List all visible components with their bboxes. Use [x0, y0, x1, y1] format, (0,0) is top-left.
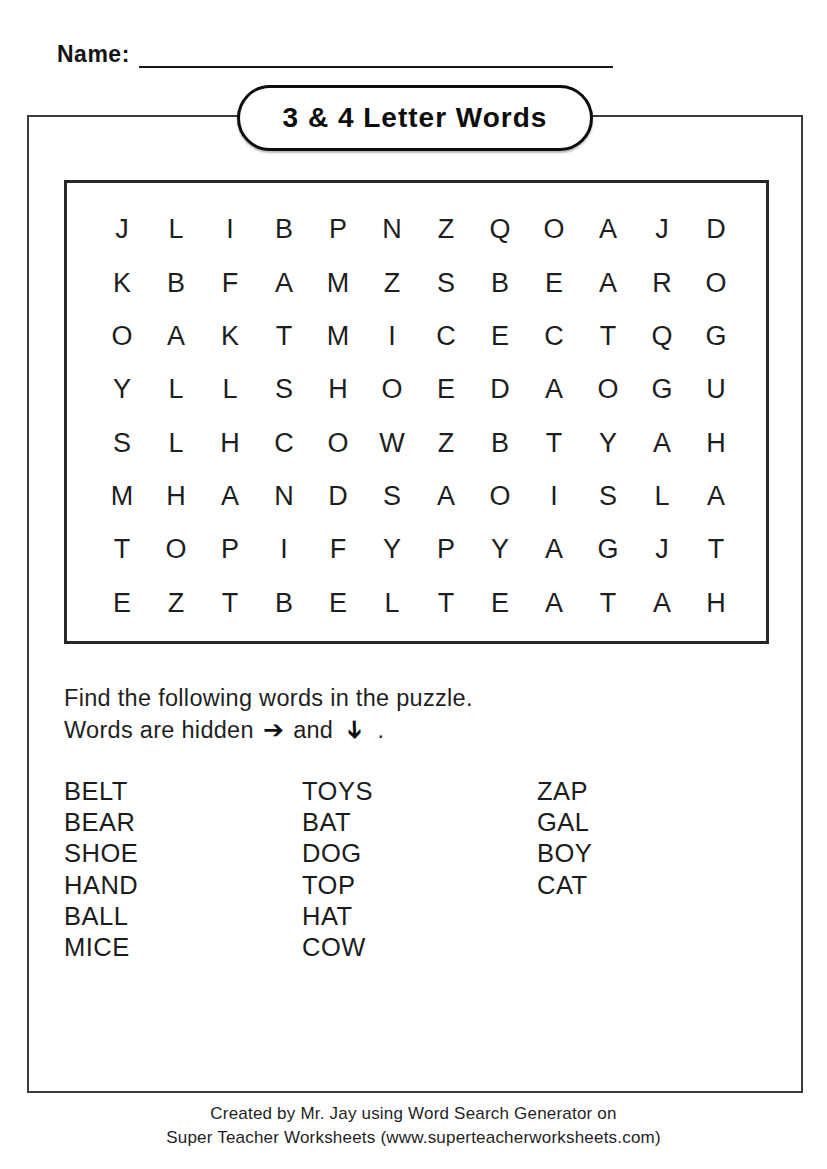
grid-cell: O [689, 256, 743, 309]
word-list-item: BEAR [64, 807, 302, 838]
grid-cell: O [95, 310, 149, 363]
grid-cell: O [311, 417, 365, 470]
grid-cell: A [581, 203, 635, 256]
grid-cell: I [527, 470, 581, 523]
word-search-grid-box: JLIBPNZQOAJDKBFAMZSBEAROOAKTMICECTQGYLLS… [64, 180, 769, 644]
word-list-item: ZAP [537, 776, 737, 807]
footer-line2: Super Teacher Worksheets (www.superteach… [0, 1126, 827, 1150]
right-arrow-icon: ➔ [263, 715, 284, 744]
grid-cell: Q [635, 310, 689, 363]
grid-cell: E [473, 577, 527, 630]
down-arrow-icon: ➔ [340, 719, 372, 741]
grid-cell: L [203, 363, 257, 416]
name-row: Name: [57, 40, 613, 68]
grid-cell: T [257, 310, 311, 363]
grid-cell: H [311, 363, 365, 416]
worksheet-page: Name: 3 & 4 Letter Words JLIBPNZQOAJDKBF… [0, 0, 827, 1169]
grid-cell: A [257, 256, 311, 309]
grid-cell: O [365, 363, 419, 416]
instructions: Find the following words in the puzzle. … [64, 683, 473, 746]
grid-cell: A [527, 523, 581, 576]
grid-cell: P [203, 523, 257, 576]
grid-cell: D [473, 363, 527, 416]
grid-cell: T [203, 577, 257, 630]
grid-cell: L [149, 417, 203, 470]
grid-cell: T [95, 523, 149, 576]
grid-cell: M [311, 256, 365, 309]
grid-cell: Y [95, 363, 149, 416]
word-list-item: HAT [302, 901, 537, 932]
grid-cell: E [473, 310, 527, 363]
grid-cell: H [203, 417, 257, 470]
grid-cell: O [149, 523, 203, 576]
grid-cell: J [635, 203, 689, 256]
word-list-item: CAT [537, 870, 737, 901]
word-list: BELTBEARSHOEHANDBALLMICETOYSBATDOGTOPHAT… [64, 776, 737, 963]
grid-cell: E [95, 577, 149, 630]
grid-cell: L [149, 363, 203, 416]
word-list-item: TOP [302, 870, 537, 901]
word-list-column: BELTBEARSHOEHANDBALLMICE [64, 776, 302, 963]
grid-cell: C [257, 417, 311, 470]
title-pill: 3 & 4 Letter Words [237, 85, 593, 151]
grid-cell: Z [149, 577, 203, 630]
grid-cell: S [365, 470, 419, 523]
word-list-item: MICE [64, 932, 302, 963]
grid-cell: Y [365, 523, 419, 576]
grid-cell: P [419, 523, 473, 576]
grid-cell: G [689, 310, 743, 363]
grid-cell: H [689, 577, 743, 630]
grid-cell: M [95, 470, 149, 523]
word-list-item: BALL [64, 901, 302, 932]
grid-cell: T [419, 577, 473, 630]
grid-cell: F [311, 523, 365, 576]
grid-cell: G [635, 363, 689, 416]
grid-cell: Z [419, 203, 473, 256]
word-list-item: HAND [64, 870, 302, 901]
grid-cell: Z [365, 256, 419, 309]
word-list-item: TOYS [302, 776, 537, 807]
grid-cell: A [527, 363, 581, 416]
grid-cell: A [689, 470, 743, 523]
grid-cell: O [581, 363, 635, 416]
instructions-line2: Words are hidden➔and➔. [64, 714, 473, 746]
instructions-line1: Find the following words in the puzzle. [64, 683, 473, 714]
grid-cell: S [257, 363, 311, 416]
grid-cell: B [473, 256, 527, 309]
word-list-column: ZAPGALBOYCAT [537, 776, 737, 963]
instructions-line2-prefix: Words are hidden [64, 717, 254, 743]
word-list-item: SHOE [64, 838, 302, 869]
grid-cell: D [311, 470, 365, 523]
footer-credit: Created by Mr. Jay using Word Search Gen… [0, 1102, 827, 1149]
grid-cell: K [203, 310, 257, 363]
grid-cell: A [149, 310, 203, 363]
grid-cell: P [311, 203, 365, 256]
grid-cell: B [473, 417, 527, 470]
grid-cell: I [257, 523, 311, 576]
grid-cell: F [203, 256, 257, 309]
word-list-item: DOG [302, 838, 537, 869]
grid-cell: C [419, 310, 473, 363]
grid-cell: Y [473, 523, 527, 576]
grid-cell: R [635, 256, 689, 309]
grid-cell: K [95, 256, 149, 309]
grid-cell: H [149, 470, 203, 523]
footer-line1: Created by Mr. Jay using Word Search Gen… [0, 1102, 827, 1126]
instructions-line2-period: . [377, 717, 384, 743]
grid-cell: E [311, 577, 365, 630]
word-list-item: BOY [537, 838, 737, 869]
grid-cell: S [95, 417, 149, 470]
grid-cell: E [419, 363, 473, 416]
grid-cell: B [257, 577, 311, 630]
grid-cell: U [689, 363, 743, 416]
word-list-item: BAT [302, 807, 537, 838]
grid-cell: O [527, 203, 581, 256]
puzzle-frame: JLIBPNZQOAJDKBFAMZSBEAROOAKTMICECTQGYLLS… [27, 115, 803, 1093]
grid-cell: O [473, 470, 527, 523]
grid-cell: G [581, 523, 635, 576]
name-blank-line [139, 41, 613, 68]
grid-cell: J [635, 523, 689, 576]
grid-cell: I [203, 203, 257, 256]
word-list-item: BELT [64, 776, 302, 807]
grid-cell: M [311, 310, 365, 363]
grid-cell: A [527, 577, 581, 630]
grid-cell: H [689, 417, 743, 470]
grid-cell: A [581, 256, 635, 309]
grid-cell: Z [419, 417, 473, 470]
grid-cell: B [257, 203, 311, 256]
grid-cell: N [257, 470, 311, 523]
grid-cell: C [527, 310, 581, 363]
grid-cell: A [635, 417, 689, 470]
grid-cell: B [149, 256, 203, 309]
grid-cell: W [365, 417, 419, 470]
grid-cell: T [581, 310, 635, 363]
grid-cell: D [689, 203, 743, 256]
grid-cell: N [365, 203, 419, 256]
grid-cell: A [419, 470, 473, 523]
grid-cell: S [581, 470, 635, 523]
name-label: Name: [57, 40, 130, 68]
grid-cell: T [527, 417, 581, 470]
word-list-item: COW [302, 932, 537, 963]
grid-cell: J [95, 203, 149, 256]
grid-cell: S [419, 256, 473, 309]
letter-grid: JLIBPNZQOAJDKBFAMZSBEAROOAKTMICECTQGYLLS… [95, 203, 743, 630]
grid-cell: T [581, 577, 635, 630]
instructions-line2-and: and [293, 717, 333, 743]
grid-cell: A [635, 577, 689, 630]
grid-cell: Q [473, 203, 527, 256]
page-title: 3 & 4 Letter Words [283, 102, 548, 134]
grid-cell: I [365, 310, 419, 363]
grid-cell: L [635, 470, 689, 523]
grid-cell: T [689, 523, 743, 576]
grid-cell: Y [581, 417, 635, 470]
grid-cell: E [527, 256, 581, 309]
grid-cell: A [203, 470, 257, 523]
grid-cell: L [149, 203, 203, 256]
grid-cell: L [365, 577, 419, 630]
word-list-item: GAL [537, 807, 737, 838]
word-list-column: TOYSBATDOGTOPHATCOW [302, 776, 537, 963]
